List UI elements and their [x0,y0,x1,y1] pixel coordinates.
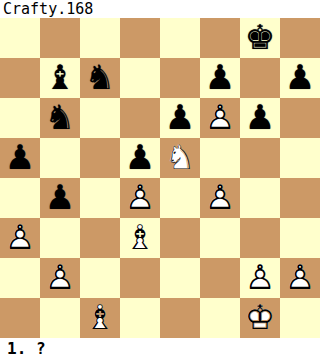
piece-black-bishop[interactable]: ♝ [40,58,80,98]
square-d2[interactable] [120,258,160,298]
square-g1[interactable]: ♚♔ [240,298,280,338]
piece-white-pawn[interactable]: ♟♙ [120,178,160,218]
square-f7[interactable]: ♟ [200,58,240,98]
square-b1[interactable] [40,298,80,338]
square-b8[interactable] [40,18,80,58]
piece-glyph-fill: ♝ [40,57,80,97]
square-a6[interactable] [0,98,40,138]
square-h5[interactable] [280,138,320,178]
square-g3[interactable] [240,218,280,258]
piece-glyph-outline: ♙ [120,177,160,217]
square-g2[interactable]: ♟♙ [240,258,280,298]
square-c7[interactable]: ♞ [80,58,120,98]
square-h8[interactable] [280,18,320,58]
square-h4[interactable] [280,178,320,218]
square-e1[interactable] [160,298,200,338]
piece-white-pawn[interactable]: ♟♙ [280,258,320,298]
square-e6[interactable]: ♟ [160,98,200,138]
square-h6[interactable] [280,98,320,138]
square-f4[interactable]: ♟♙ [200,178,240,218]
square-f6[interactable]: ♟♙ [200,98,240,138]
square-b6[interactable]: ♞ [40,98,80,138]
square-d3[interactable]: ♝♗ [120,218,160,258]
square-h2[interactable]: ♟♙ [280,258,320,298]
piece-black-knight[interactable]: ♞ [80,58,120,98]
square-a4[interactable] [0,178,40,218]
piece-black-pawn[interactable]: ♟ [160,98,200,138]
square-c8[interactable] [80,18,120,58]
square-e8[interactable] [160,18,200,58]
piece-glyph-outline: ♙ [0,217,40,257]
square-a7[interactable] [0,58,40,98]
piece-black-pawn[interactable]: ♟ [0,138,40,178]
piece-glyph-outline: ♘ [160,137,200,177]
square-c5[interactable] [80,138,120,178]
square-g6[interactable]: ♟ [240,98,280,138]
piece-glyph-fill: ♟ [120,137,160,177]
square-a1[interactable] [0,298,40,338]
square-b3[interactable] [40,218,80,258]
piece-white-pawn[interactable]: ♟♙ [240,258,280,298]
piece-black-pawn[interactable]: ♟ [120,138,160,178]
square-d4[interactable]: ♟♙ [120,178,160,218]
square-e2[interactable] [160,258,200,298]
square-b4[interactable]: ♟ [40,178,80,218]
piece-glyph-outline: ♗ [120,217,160,257]
square-d6[interactable] [120,98,160,138]
piece-glyph-fill: ♚ [240,17,280,57]
square-h1[interactable] [280,298,320,338]
piece-glyph-fill: ♟ [40,177,80,217]
square-g4[interactable] [240,178,280,218]
piece-white-pawn[interactable]: ♟♙ [200,178,240,218]
square-d1[interactable] [120,298,160,338]
piece-glyph-outline: ♙ [280,257,320,297]
square-f5[interactable] [200,138,240,178]
square-d8[interactable] [120,18,160,58]
piece-white-knight[interactable]: ♞♘ [160,138,200,178]
piece-glyph-outline: ♗ [80,297,120,337]
square-a8[interactable] [0,18,40,58]
square-e3[interactable] [160,218,200,258]
piece-black-king[interactable]: ♚ [240,18,280,58]
piece-glyph-outline: ♔ [240,297,280,337]
piece-white-pawn[interactable]: ♟♙ [0,218,40,258]
chess-board: ♚♝♞♟♟♞♟♟♙♟♟♟♞♘♟♟♙♟♙♟♙♝♗♟♙♟♙♟♙♝♗♚♔ [0,18,320,338]
piece-black-pawn[interactable]: ♟ [240,98,280,138]
square-a3[interactable]: ♟♙ [0,218,40,258]
piece-glyph-fill: ♟ [0,137,40,177]
piece-glyph-fill: ♟ [280,57,320,97]
square-a5[interactable]: ♟ [0,138,40,178]
square-b2[interactable]: ♟♙ [40,258,80,298]
engine-title: Crafty.168 [3,1,93,17]
square-f8[interactable] [200,18,240,58]
piece-glyph-outline: ♙ [200,97,240,137]
square-g7[interactable] [240,58,280,98]
piece-glyph-fill: ♞ [80,57,120,97]
square-c3[interactable] [80,218,120,258]
square-f2[interactable] [200,258,240,298]
square-c6[interactable] [80,98,120,138]
square-d7[interactable] [120,58,160,98]
piece-glyph-fill: ♞ [40,97,80,137]
square-e5[interactable]: ♞♘ [160,138,200,178]
move-prompt: 1. ? [7,339,46,358]
square-g5[interactable] [240,138,280,178]
piece-white-bishop[interactable]: ♝♗ [80,298,120,338]
piece-glyph-outline: ♙ [40,257,80,297]
square-b7[interactable]: ♝ [40,58,80,98]
square-g8[interactable]: ♚ [240,18,280,58]
square-e7[interactable] [160,58,200,98]
piece-white-pawn[interactable]: ♟♙ [40,258,80,298]
piece-glyph-outline: ♙ [240,257,280,297]
piece-black-pawn[interactable]: ♟ [280,58,320,98]
piece-glyph-fill: ♟ [200,57,240,97]
square-d5[interactable]: ♟ [120,138,160,178]
square-b5[interactable] [40,138,80,178]
square-h3[interactable] [280,218,320,258]
piece-white-bishop[interactable]: ♝♗ [120,218,160,258]
square-c4[interactable] [80,178,120,218]
square-h7[interactable]: ♟ [280,58,320,98]
piece-glyph-outline: ♙ [200,177,240,217]
piece-black-pawn[interactable]: ♟ [200,58,240,98]
square-a2[interactable] [0,258,40,298]
piece-black-knight[interactable]: ♞ [40,98,80,138]
square-c1[interactable]: ♝♗ [80,298,120,338]
square-e4[interactable] [160,178,200,218]
square-c2[interactable] [80,258,120,298]
piece-black-pawn[interactable]: ♟ [40,178,80,218]
piece-glyph-fill: ♟ [160,97,200,137]
piece-white-king[interactable]: ♚♔ [240,298,280,338]
square-f3[interactable] [200,218,240,258]
square-f1[interactable] [200,298,240,338]
piece-glyph-fill: ♟ [240,97,280,137]
piece-white-pawn[interactable]: ♟♙ [200,98,240,138]
